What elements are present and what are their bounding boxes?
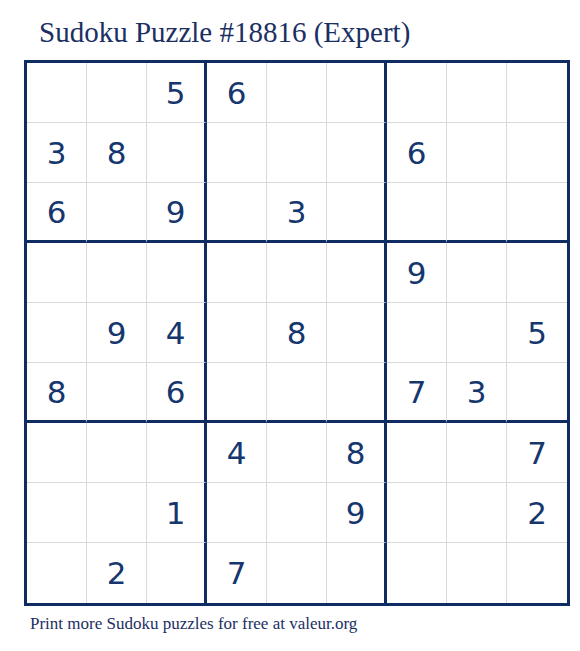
sudoku-cell-r8c3[interactable]: 1 [147, 483, 207, 543]
sudoku-cell-r7c2[interactable] [87, 423, 147, 483]
sudoku-cell-r7c1[interactable] [27, 423, 87, 483]
sudoku-cell-r1c7[interactable] [387, 63, 447, 123]
sudoku-cell-r5c3[interactable]: 4 [147, 303, 207, 363]
sudoku-cell-r4c8[interactable] [447, 243, 507, 303]
sudoku-cell-r3c7[interactable] [387, 183, 447, 243]
sudoku-cell-r3c6[interactable] [327, 183, 387, 243]
sudoku-cell-r1c1[interactable] [27, 63, 87, 123]
sudoku-cell-r1c9[interactable] [507, 63, 567, 123]
sudoku-cell-r7c7[interactable] [387, 423, 447, 483]
sudoku-cell-r5c5[interactable]: 8 [267, 303, 327, 363]
sudoku-cell-r9c4[interactable]: 7 [207, 543, 267, 603]
sudoku-cell-r4c2[interactable] [87, 243, 147, 303]
sudoku-cell-r9c1[interactable] [27, 543, 87, 603]
sudoku-cell-r3c2[interactable] [87, 183, 147, 243]
sudoku-cell-r5c2[interactable]: 9 [87, 303, 147, 363]
sudoku-cell-r8c1[interactable] [27, 483, 87, 543]
sudoku-cell-r8c8[interactable] [447, 483, 507, 543]
sudoku-cell-r2c4[interactable] [207, 123, 267, 183]
sudoku-cell-r1c3[interactable]: 5 [147, 63, 207, 123]
sudoku-cell-r4c3[interactable] [147, 243, 207, 303]
sudoku-cell-r2c5[interactable] [267, 123, 327, 183]
sudoku-cell-r6c6[interactable] [327, 363, 387, 423]
sudoku-cell-r1c4[interactable]: 6 [207, 63, 267, 123]
sudoku-cell-r4c7[interactable]: 9 [387, 243, 447, 303]
sudoku-cell-r4c4[interactable] [207, 243, 267, 303]
sudoku-cell-r3c9[interactable] [507, 183, 567, 243]
sudoku-cell-r9c6[interactable] [327, 543, 387, 603]
sudoku-cell-r4c6[interactable] [327, 243, 387, 303]
page-title: Sudoku Puzzle #18816 (Expert) [39, 16, 410, 48]
sudoku-cell-r4c5[interactable] [267, 243, 327, 303]
sudoku-cell-r2c8[interactable] [447, 123, 507, 183]
sudoku-cell-r5c4[interactable] [207, 303, 267, 363]
sudoku-cell-r1c8[interactable] [447, 63, 507, 123]
sudoku-cell-r3c5[interactable]: 3 [267, 183, 327, 243]
sudoku-cell-r1c2[interactable] [87, 63, 147, 123]
sudoku-cell-r2c7[interactable]: 6 [387, 123, 447, 183]
sudoku-cell-r6c4[interactable] [207, 363, 267, 423]
sudoku-cell-r6c7[interactable]: 7 [387, 363, 447, 423]
sudoku-cell-r8c7[interactable] [387, 483, 447, 543]
sudoku-cell-r9c7[interactable] [387, 543, 447, 603]
sudoku-cell-r1c5[interactable] [267, 63, 327, 123]
sudoku-cell-r2c9[interactable] [507, 123, 567, 183]
sudoku-cell-r5c8[interactable] [447, 303, 507, 363]
sudoku-cell-r7c3[interactable] [147, 423, 207, 483]
sudoku-cell-r6c5[interactable] [267, 363, 327, 423]
sudoku-cell-r2c3[interactable] [147, 123, 207, 183]
sudoku-cell-r7c6[interactable]: 8 [327, 423, 387, 483]
sudoku-cell-r6c1[interactable]: 8 [27, 363, 87, 423]
sudoku-cell-r9c2[interactable]: 2 [87, 543, 147, 603]
sudoku-cell-r8c9[interactable]: 2 [507, 483, 567, 543]
sudoku-cell-r6c9[interactable] [507, 363, 567, 423]
sudoku-cell-r5c6[interactable] [327, 303, 387, 363]
sudoku-cell-r8c2[interactable] [87, 483, 147, 543]
sudoku-cell-r7c4[interactable]: 4 [207, 423, 267, 483]
sudoku-cell-r6c8[interactable]: 3 [447, 363, 507, 423]
sudoku-cell-r8c6[interactable]: 9 [327, 483, 387, 543]
sudoku-cell-r5c9[interactable]: 5 [507, 303, 567, 363]
sudoku-cell-r6c3[interactable]: 6 [147, 363, 207, 423]
footer-text: Print more Sudoku puzzles for free at va… [30, 613, 357, 635]
sudoku-cell-r4c9[interactable] [507, 243, 567, 303]
sudoku-cell-r3c1[interactable]: 6 [27, 183, 87, 243]
sudoku-cell-r2c1[interactable]: 3 [27, 123, 87, 183]
sudoku-cell-r3c8[interactable] [447, 183, 507, 243]
sudoku-cell-r3c3[interactable]: 9 [147, 183, 207, 243]
sudoku-cell-r7c8[interactable] [447, 423, 507, 483]
sudoku-cell-r5c1[interactable] [27, 303, 87, 363]
sudoku-cell-r9c5[interactable] [267, 543, 327, 603]
sudoku-board: 5638669399485867348719227 [24, 60, 570, 606]
sudoku-cell-r7c5[interactable] [267, 423, 327, 483]
sudoku-cell-r2c2[interactable]: 8 [87, 123, 147, 183]
sudoku-cell-r4c1[interactable] [27, 243, 87, 303]
sudoku-cell-r5c7[interactable] [387, 303, 447, 363]
sudoku-cell-r3c4[interactable] [207, 183, 267, 243]
sudoku-cell-r9c3[interactable] [147, 543, 207, 603]
sudoku-cell-r7c9[interactable]: 7 [507, 423, 567, 483]
sudoku-page: Sudoku Puzzle #18816 (Expert) 5638669399… [0, 0, 580, 651]
sudoku-cell-r8c4[interactable] [207, 483, 267, 543]
sudoku-cell-r9c9[interactable] [507, 543, 567, 603]
sudoku-cell-r8c5[interactable] [267, 483, 327, 543]
sudoku-cell-r6c2[interactable] [87, 363, 147, 423]
sudoku-cell-r1c6[interactable] [327, 63, 387, 123]
sudoku-cell-r2c6[interactable] [327, 123, 387, 183]
sudoku-cell-r9c8[interactable] [447, 543, 507, 603]
